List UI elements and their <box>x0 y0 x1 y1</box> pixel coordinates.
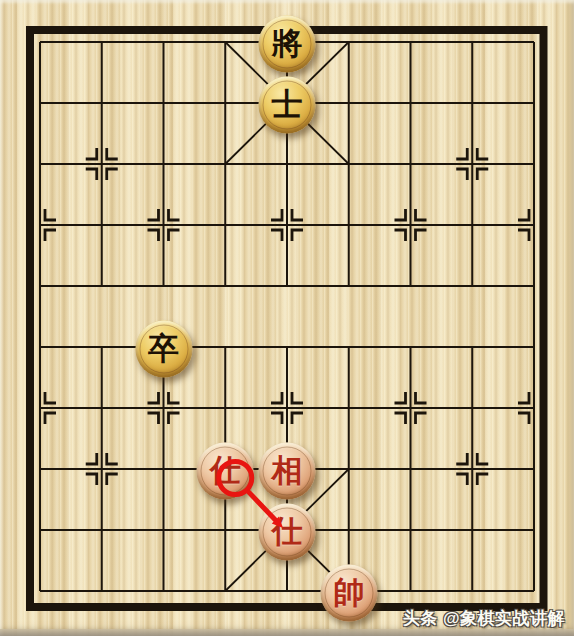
move-annotation <box>0 0 574 636</box>
watermark-text: 头条 @象棋实战讲解 <box>403 607 565 630</box>
xiangqi-board-screenshot: 將士卒仕相仕帥 头条 @象棋实战讲解 <box>0 0 574 636</box>
